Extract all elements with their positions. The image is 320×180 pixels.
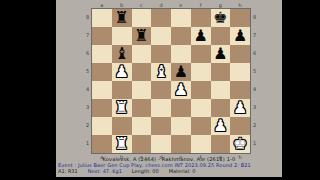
rank-label: 1 [84,134,91,152]
board-square-h8 [230,9,250,27]
board-square-d2 [151,117,171,135]
board-square-d4 [151,81,171,99]
board-square-a5 [92,63,112,81]
diagram-panel: abcdefgh 87654321 ♜♚♜♟♟♝♟♟♝♟♟♜♟♟♜♚ 87654… [56,0,282,177]
board-square-f5 [191,63,211,81]
white-pawn: ♟ [112,63,132,81]
rank-label: 5 [251,62,258,80]
board-square-c2 [132,117,152,135]
board-square-a6 [92,45,112,63]
black-pawn: ♟ [211,45,231,63]
board-square-c7: ♜ [132,27,152,45]
board-square-g6: ♟ [211,45,231,63]
info-token: Length: 00 [132,168,159,174]
board-square-f6 [191,45,211,63]
board-square-h3: ♟ [230,99,250,117]
board-square-e7 [171,27,191,45]
black-pawn: ♟ [171,63,191,81]
board-square-d8 [151,9,171,27]
board-square-h2 [230,117,250,135]
board-square-g4 [211,81,231,99]
board-square-h7: ♟ [230,27,250,45]
rank-label: 7 [251,26,258,44]
board-square-e4: ♟ [171,81,191,99]
board-square-h6 [230,45,250,63]
video-frame: { "game": "chess", "position": { "fen": … [0,0,320,180]
rank-labels-left: 87654321 [84,8,91,154]
board-square-a4 [92,81,112,99]
rank-label: 2 [84,116,91,134]
rank-label: 5 [84,62,91,80]
board-square-f2 [191,117,211,135]
board-square-c4 [132,81,152,99]
rank-labels-right: 87654321 [251,8,258,154]
board-square-d6 [151,45,171,63]
rank-label: 6 [84,44,91,62]
board-square-c1 [132,135,152,153]
board-square-c3 [132,99,152,117]
board-square-e8 [171,9,191,27]
rank-label: 8 [251,8,258,26]
board-square-f7: ♟ [191,27,211,45]
chess-board: ♜♚♜♟♟♝♟♟♝♟♟♜♟♟♜♚ [91,8,251,154]
board-square-f1 [191,135,211,153]
board-square-g2: ♟ [211,117,231,135]
white-rook: ♜ [112,99,132,117]
board-square-d1 [151,135,171,153]
info-line: A1: R31Next: 47. Kg1Length: 00Material: … [56,168,282,174]
rank-label: 1 [251,134,258,152]
white-king: ♚ [230,135,250,153]
board-square-b7 [112,27,132,45]
board-square-a2 [92,117,112,135]
board-square-a7 [92,27,112,45]
board-square-a1 [92,135,112,153]
black-king: ♚ [211,9,231,27]
black-bishop: ♝ [112,45,132,63]
board-square-g1 [211,135,231,153]
board-square-b3: ♜ [112,99,132,117]
board-square-h4 [230,81,250,99]
board-square-e1 [171,135,191,153]
game-caption: Kovalevsk, A (2464) - Rakhmanov, Ale (26… [56,156,282,174]
board-square-h5 [230,63,250,81]
rank-label: 7 [84,26,91,44]
black-rook: ♜ [112,9,132,27]
board-square-b1: ♜ [112,135,132,153]
black-pawn: ♟ [230,27,250,45]
board-square-c6 [132,45,152,63]
info-token: Next: 47. Kg1 [88,168,122,174]
board-square-g3 [211,99,231,117]
board-square-e3 [171,99,191,117]
board-square-b5: ♟ [112,63,132,81]
chess-board-frame: abcdefgh 87654321 ♜♚♜♟♟♝♟♟♝♟♟♜♟♟♜♚ 87654… [84,2,258,160]
black-rook: ♜ [132,27,152,45]
rank-label: 2 [251,116,258,134]
rank-label: 3 [251,98,258,116]
white-pawn: ♟ [211,117,231,135]
board-square-b6: ♝ [112,45,132,63]
rank-label: 4 [251,80,258,98]
board-square-c5 [132,63,152,81]
board-square-f3 [191,99,211,117]
board-square-b2 [112,117,132,135]
board-square-g8: ♚ [211,9,231,27]
board-square-a3 [92,99,112,117]
board-square-b4 [112,81,132,99]
board-square-g5 [211,63,231,81]
board-square-a8 [92,9,112,27]
board-square-e6 [171,45,191,63]
white-bishop: ♝ [151,63,171,81]
info-token: A1: R31 [58,168,78,174]
board-square-b8: ♜ [112,9,132,27]
board-square-e2 [171,117,191,135]
rank-label: 8 [84,8,91,26]
info-token: Material: 0 [169,168,196,174]
board-square-g7 [211,27,231,45]
board-square-d7 [151,27,171,45]
board-square-h1: ♚ [230,135,250,153]
white-pawn: ♟ [171,81,191,99]
rank-label: 3 [84,98,91,116]
board-square-d5: ♝ [151,63,171,81]
board-square-f8 [191,9,211,27]
white-pawn: ♟ [230,99,250,117]
rank-label: 4 [84,80,91,98]
black-pawn: ♟ [191,27,211,45]
board-square-f4 [191,81,211,99]
white-rook: ♜ [112,135,132,153]
board-square-d3 [151,99,171,117]
rank-label: 6 [251,44,258,62]
board-square-e5: ♟ [171,63,191,81]
board-square-c8 [132,9,152,27]
